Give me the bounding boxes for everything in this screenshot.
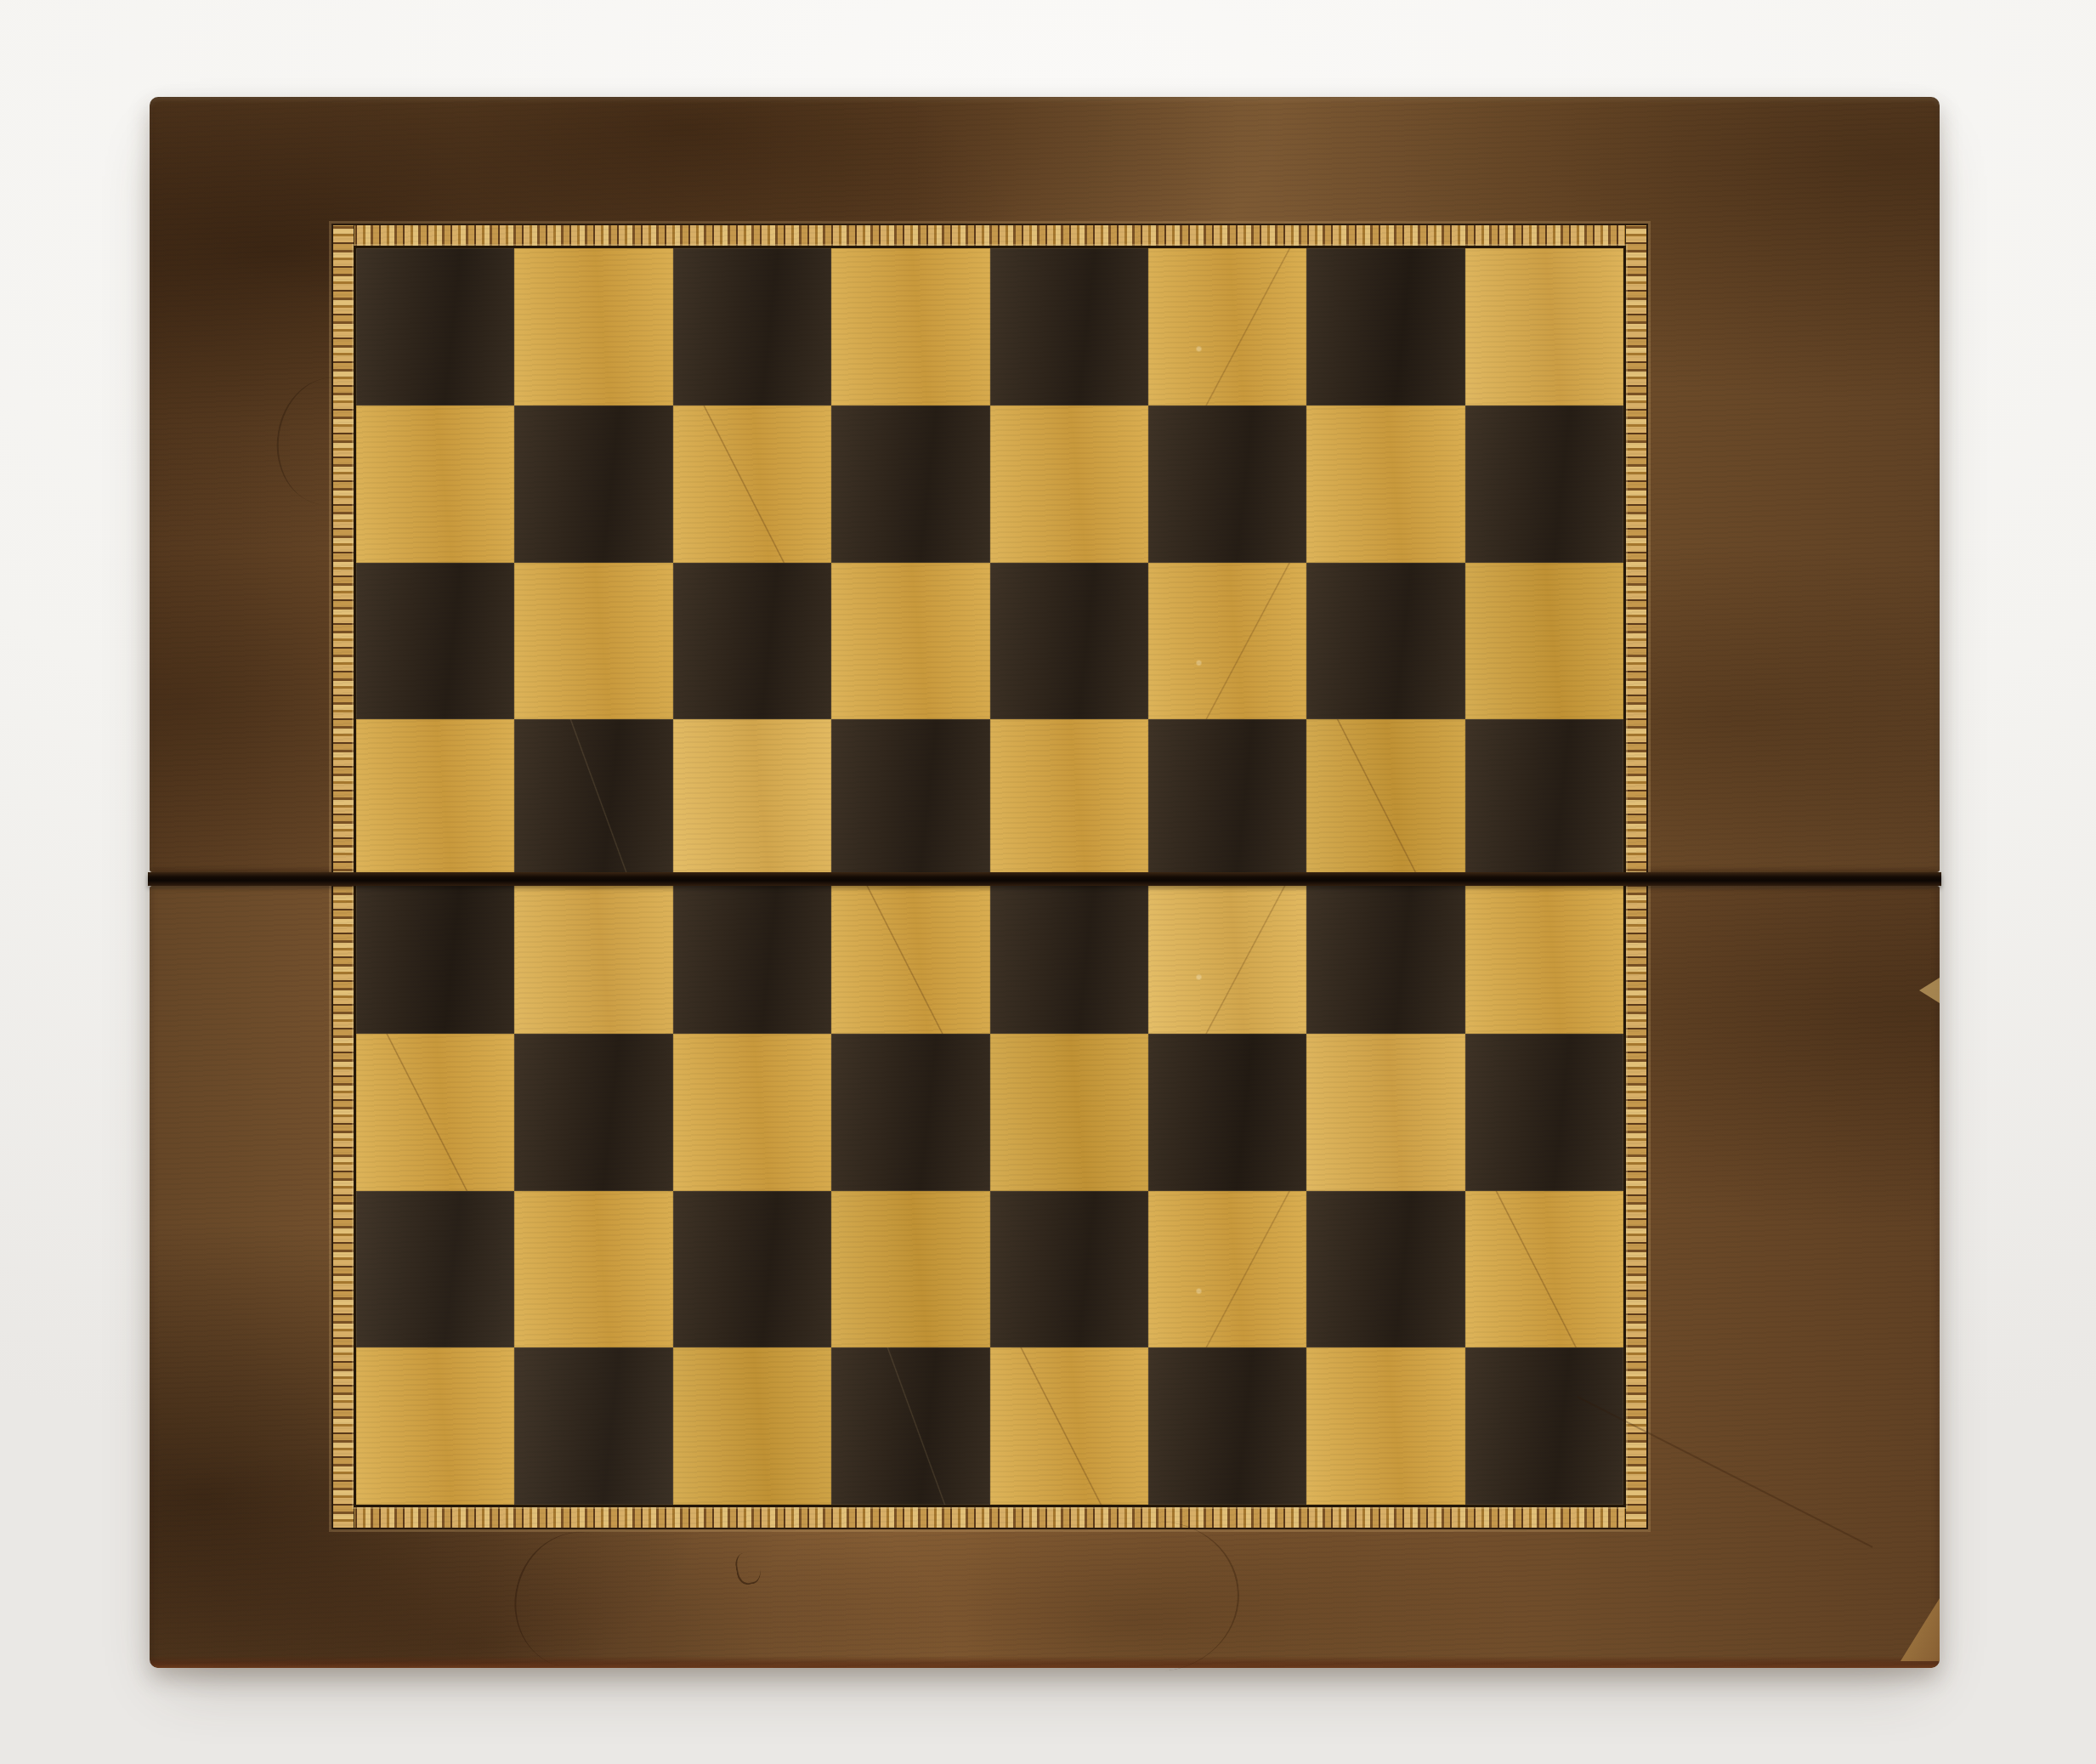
square-g4[interactable] bbox=[1306, 876, 1464, 1034]
square-b2[interactable] bbox=[514, 1191, 672, 1348]
square-f1[interactable] bbox=[1148, 1347, 1306, 1505]
square-d6[interactable] bbox=[831, 563, 989, 720]
square-e1[interactable] bbox=[990, 1347, 1148, 1505]
square-c8[interactable] bbox=[673, 248, 831, 406]
square-g3[interactable] bbox=[1306, 1034, 1464, 1191]
square-e8[interactable] bbox=[990, 248, 1148, 406]
square-d4[interactable] bbox=[831, 876, 989, 1034]
square-a5[interactable] bbox=[356, 719, 514, 876]
inlay-banding-top bbox=[333, 225, 1646, 247]
square-d7[interactable] bbox=[831, 406, 989, 563]
square-h3[interactable] bbox=[1465, 1034, 1623, 1191]
square-h8[interactable] bbox=[1465, 248, 1623, 406]
square-c5[interactable] bbox=[673, 719, 831, 876]
square-e6[interactable] bbox=[990, 563, 1148, 720]
square-g5[interactable] bbox=[1306, 719, 1464, 876]
square-e7[interactable] bbox=[990, 406, 1148, 563]
square-c6[interactable] bbox=[673, 563, 831, 720]
square-d1[interactable] bbox=[831, 1347, 989, 1505]
square-b3[interactable] bbox=[514, 1034, 672, 1191]
square-h7[interactable] bbox=[1465, 406, 1623, 563]
square-a8[interactable] bbox=[356, 248, 514, 406]
square-a7[interactable] bbox=[356, 406, 514, 563]
square-g8[interactable] bbox=[1306, 248, 1464, 406]
square-h2[interactable] bbox=[1465, 1191, 1623, 1348]
photo-background bbox=[0, 0, 2096, 1764]
square-g6[interactable] bbox=[1306, 563, 1464, 720]
square-f8[interactable] bbox=[1148, 248, 1306, 406]
square-f5[interactable] bbox=[1148, 719, 1306, 876]
square-h6[interactable] bbox=[1465, 563, 1623, 720]
square-a2[interactable] bbox=[356, 1191, 514, 1348]
square-a4[interactable] bbox=[356, 876, 514, 1034]
square-e5[interactable] bbox=[990, 719, 1148, 876]
hinge-seam bbox=[148, 872, 1941, 886]
square-e2[interactable] bbox=[990, 1191, 1148, 1348]
square-g1[interactable] bbox=[1306, 1347, 1464, 1505]
inlay-banding-bottom bbox=[333, 1506, 1646, 1528]
square-h1[interactable] bbox=[1465, 1347, 1623, 1505]
square-a1[interactable] bbox=[356, 1347, 514, 1505]
square-e4[interactable] bbox=[990, 876, 1148, 1034]
square-c3[interactable] bbox=[673, 1034, 831, 1191]
square-c7[interactable] bbox=[673, 406, 831, 563]
square-b7[interactable] bbox=[514, 406, 672, 563]
square-f2[interactable] bbox=[1148, 1191, 1306, 1348]
square-b8[interactable] bbox=[514, 248, 672, 406]
square-a3[interactable] bbox=[356, 1034, 514, 1191]
square-b6[interactable] bbox=[514, 563, 672, 720]
square-b5[interactable] bbox=[514, 719, 672, 876]
square-c4[interactable] bbox=[673, 876, 831, 1034]
square-b1[interactable] bbox=[514, 1347, 672, 1505]
square-f6[interactable] bbox=[1148, 563, 1306, 720]
square-f3[interactable] bbox=[1148, 1034, 1306, 1191]
square-d2[interactable] bbox=[831, 1191, 989, 1348]
square-h4[interactable] bbox=[1465, 876, 1623, 1034]
square-f4[interactable] bbox=[1148, 876, 1306, 1034]
square-e3[interactable] bbox=[990, 1034, 1148, 1191]
square-d5[interactable] bbox=[831, 719, 989, 876]
square-c1[interactable] bbox=[673, 1347, 831, 1505]
square-a6[interactable] bbox=[356, 563, 514, 720]
square-h5[interactable] bbox=[1465, 719, 1623, 876]
board-bottom-edge bbox=[150, 1656, 1940, 1668]
square-f7[interactable] bbox=[1148, 406, 1306, 563]
square-b4[interactable] bbox=[514, 876, 672, 1034]
square-g7[interactable] bbox=[1306, 406, 1464, 563]
square-c2[interactable] bbox=[673, 1191, 831, 1348]
square-d8[interactable] bbox=[831, 248, 989, 406]
chessboard bbox=[150, 97, 1940, 1668]
square-d3[interactable] bbox=[831, 1034, 989, 1191]
square-g2[interactable] bbox=[1306, 1191, 1464, 1348]
